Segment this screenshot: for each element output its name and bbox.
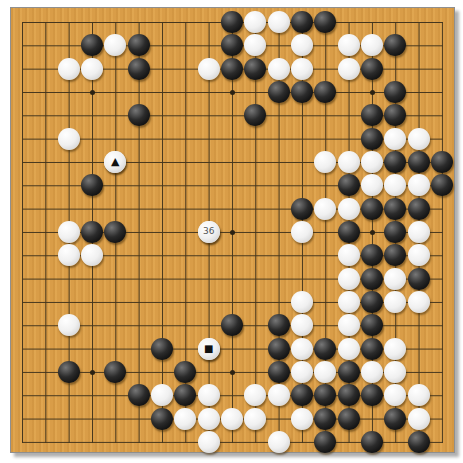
white-stone[interactable]: [198, 58, 220, 80]
white-stone[interactable]: [291, 291, 313, 313]
white-stone-with-move-number-label[interactable]: 36: [198, 221, 220, 243]
black-stone[interactable]: [431, 174, 453, 196]
black-stone[interactable]: [128, 104, 150, 126]
white-stone[interactable]: [291, 221, 313, 243]
white-stone-with-square-marker[interactable]: ■: [198, 338, 220, 360]
black-stone[interactable]: [268, 361, 290, 383]
star-point: [230, 230, 235, 235]
white-stone[interactable]: [58, 244, 80, 266]
white-stone[interactable]: [384, 128, 406, 150]
black-stone[interactable]: [244, 58, 266, 80]
white-stone[interactable]: [338, 34, 360, 56]
go-board[interactable]: ▲■36: [10, 7, 455, 453]
white-stone[interactable]: [408, 384, 430, 406]
star-point: [370, 230, 375, 235]
white-stone[interactable]: [338, 291, 360, 313]
black-stone[interactable]: [128, 58, 150, 80]
black-stone[interactable]: [268, 81, 290, 103]
white-stone[interactable]: [291, 408, 313, 430]
white-stone[interactable]: [198, 408, 220, 430]
black-stone[interactable]: [361, 431, 383, 453]
white-stone[interactable]: [198, 384, 220, 406]
black-stone[interactable]: [384, 408, 406, 430]
black-stone[interactable]: [151, 408, 173, 430]
square-marker: ■: [204, 344, 213, 354]
black-stone[interactable]: [408, 198, 430, 220]
white-stone[interactable]: [338, 151, 360, 173]
white-stone[interactable]: [384, 338, 406, 360]
black-stone[interactable]: [338, 384, 360, 406]
white-stone[interactable]: [244, 408, 266, 430]
star-point: [90, 370, 95, 375]
white-stone[interactable]: [408, 244, 430, 266]
black-stone[interactable]: [221, 11, 243, 33]
white-stone[interactable]: [338, 268, 360, 290]
white-stone[interactable]: [174, 408, 196, 430]
white-stone[interactable]: [384, 268, 406, 290]
black-stone[interactable]: [151, 338, 173, 360]
black-stone[interactable]: [268, 314, 290, 336]
black-stone[interactable]: [338, 221, 360, 243]
black-stone[interactable]: [431, 151, 453, 173]
black-stone[interactable]: [361, 338, 383, 360]
white-stone[interactable]: [58, 128, 80, 150]
black-stone[interactable]: [338, 408, 360, 430]
white-stone[interactable]: [268, 431, 290, 453]
white-stone[interactable]: [338, 198, 360, 220]
white-stone[interactable]: [291, 338, 313, 360]
white-stone[interactable]: [268, 58, 290, 80]
white-stone[interactable]: [408, 174, 430, 196]
triangle-marker: ▲: [111, 156, 119, 167]
white-stone[interactable]: [338, 244, 360, 266]
black-stone[interactable]: [408, 151, 430, 173]
white-stone[interactable]: [361, 361, 383, 383]
white-stone[interactable]: [58, 58, 80, 80]
white-stone[interactable]: [221, 408, 243, 430]
black-stone[interactable]: [361, 58, 383, 80]
star-point: [230, 370, 235, 375]
white-stone[interactable]: [338, 338, 360, 360]
white-stone[interactable]: [338, 314, 360, 336]
black-stone[interactable]: [291, 11, 313, 33]
white-stone[interactable]: [268, 11, 290, 33]
white-stone[interactable]: [408, 128, 430, 150]
white-stone[interactable]: [408, 291, 430, 313]
black-stone[interactable]: [314, 338, 336, 360]
black-stone[interactable]: [408, 431, 430, 453]
black-stone[interactable]: [314, 431, 336, 453]
black-stone[interactable]: [361, 268, 383, 290]
black-stone[interactable]: [128, 34, 150, 56]
black-stone[interactable]: [361, 198, 383, 220]
black-stone[interactable]: [338, 361, 360, 383]
star-point: [230, 90, 235, 95]
star-point: [370, 90, 375, 95]
move-number-label: 36: [203, 227, 214, 236]
black-stone[interactable]: [314, 408, 336, 430]
white-stone[interactable]: [291, 58, 313, 80]
white-stone[interactable]: [291, 361, 313, 383]
white-stone[interactable]: [361, 151, 383, 173]
star-point: [90, 90, 95, 95]
white-stone[interactable]: [58, 221, 80, 243]
white-stone[interactable]: [408, 408, 430, 430]
white-stone[interactable]: [268, 384, 290, 406]
white-stone[interactable]: [314, 198, 336, 220]
black-stone[interactable]: [361, 291, 383, 313]
black-stone[interactable]: [128, 384, 150, 406]
black-stone[interactable]: [291, 198, 313, 220]
white-stone[interactable]: [338, 58, 360, 80]
white-stone[interactable]: [408, 221, 430, 243]
black-stone[interactable]: [361, 128, 383, 150]
black-stone[interactable]: [221, 58, 243, 80]
black-stone[interactable]: [268, 338, 290, 360]
black-stone[interactable]: [291, 81, 313, 103]
black-stone[interactable]: [408, 268, 430, 290]
black-stone[interactable]: [338, 174, 360, 196]
white-stone[interactable]: [58, 314, 80, 336]
black-stone[interactable]: [58, 361, 80, 383]
black-stone[interactable]: [81, 221, 103, 243]
black-stone[interactable]: [384, 198, 406, 220]
white-stone[interactable]: [81, 58, 103, 80]
white-stone[interactable]: [198, 431, 220, 453]
